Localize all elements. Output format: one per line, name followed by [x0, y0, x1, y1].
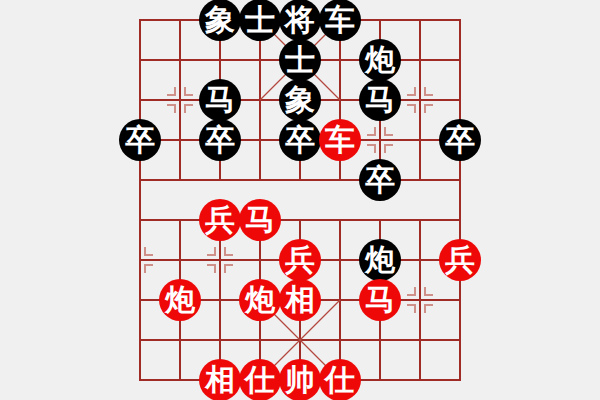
piece-black-horse[interactable]: 马 — [199, 79, 241, 121]
piece-red-elephant[interactable]: 相 — [199, 359, 241, 400]
piece-red-cannon[interactable]: 炮 — [159, 279, 201, 321]
piece-red-advisor[interactable]: 仕 — [319, 359, 361, 400]
piece-black-general[interactable]: 将 — [279, 0, 321, 41]
piece-black-soldier[interactable]: 卒 — [199, 119, 241, 161]
piece-black-advisor[interactable]: 士 — [239, 0, 281, 41]
piece-black-advisor[interactable]: 士 — [279, 39, 321, 81]
xiangqi-app: 象士将车士炮马象马卒卒卒车卒卒兵马兵炮兵炮炮相马相仕帅仕 — [0, 0, 600, 400]
piece-black-cannon[interactable]: 炮 — [359, 39, 401, 81]
piece-black-elephant[interactable]: 象 — [199, 0, 241, 41]
piece-red-soldier[interactable]: 兵 — [279, 239, 321, 281]
piece-black-soldier[interactable]: 卒 — [119, 119, 161, 161]
piece-red-soldier[interactable]: 兵 — [439, 239, 481, 281]
piece-black-soldier[interactable]: 卒 — [279, 119, 321, 161]
piece-black-horse[interactable]: 马 — [359, 79, 401, 121]
piece-red-chariot[interactable]: 车 — [319, 119, 361, 161]
piece-red-elephant[interactable]: 相 — [279, 279, 321, 321]
pieces-layer: 象士将车士炮马象马卒卒卒车卒卒兵马兵炮兵炮炮相马相仕帅仕 — [0, 0, 600, 400]
piece-black-chariot[interactable]: 车 — [319, 0, 361, 41]
piece-red-horse[interactable]: 马 — [239, 199, 281, 241]
piece-red-general[interactable]: 帅 — [279, 359, 321, 400]
piece-red-soldier[interactable]: 兵 — [199, 199, 241, 241]
piece-black-soldier[interactable]: 卒 — [439, 119, 481, 161]
piece-red-advisor[interactable]: 仕 — [239, 359, 281, 400]
piece-black-elephant[interactable]: 象 — [279, 79, 321, 121]
piece-black-soldier[interactable]: 卒 — [359, 159, 401, 201]
piece-black-cannon[interactable]: 炮 — [359, 239, 401, 281]
xiangqi-board[interactable]: 象士将车士炮马象马卒卒卒车卒卒兵马兵炮兵炮炮相马相仕帅仕 — [0, 0, 600, 400]
piece-red-cannon[interactable]: 炮 — [239, 279, 281, 321]
piece-red-horse[interactable]: 马 — [359, 279, 401, 321]
